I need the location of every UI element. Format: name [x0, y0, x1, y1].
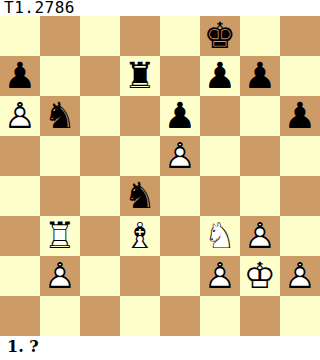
square-f8[interactable]: ♚: [200, 16, 240, 56]
square-f3[interactable]: ♞♘: [200, 216, 240, 256]
square-h8[interactable]: [280, 16, 320, 56]
square-a4[interactable]: [0, 176, 40, 216]
square-g3[interactable]: ♟♙: [240, 216, 280, 256]
square-d1[interactable]: [120, 296, 160, 336]
piece-black-pawn: ♟: [240, 56, 280, 96]
square-d7[interactable]: ♜: [120, 56, 160, 96]
piece-white-pawn: ♙: [240, 216, 280, 256]
piece-white-pawn: ♙: [200, 256, 240, 296]
square-c3[interactable]: [80, 216, 120, 256]
piece-white-pawn: ♙: [160, 136, 200, 176]
square-d6[interactable]: [120, 96, 160, 136]
piece-white-bishop: ♗: [120, 216, 160, 256]
chess-board: ♚♟♜♟♟♟♙♞♟♟♟♙♞♜♖♝♗♞♘♟♙♟♙♟♙♚♔♟♙: [0, 16, 320, 336]
square-e6[interactable]: ♟: [160, 96, 200, 136]
square-b2[interactable]: ♟♙: [40, 256, 80, 296]
piece-white-rook-fill: ♜: [40, 216, 80, 256]
square-g2[interactable]: ♚♔: [240, 256, 280, 296]
piece-black-knight: ♞: [120, 176, 160, 216]
piece-black-knight: ♞: [40, 96, 80, 136]
square-e5[interactable]: ♟♙: [160, 136, 200, 176]
piece-white-pawn-fill: ♟: [0, 96, 40, 136]
diagram-title: T1.2786: [4, 0, 75, 16]
square-a8[interactable]: [0, 16, 40, 56]
square-h1[interactable]: [280, 296, 320, 336]
piece-white-pawn-fill: ♟: [200, 256, 240, 296]
square-b3[interactable]: ♜♖: [40, 216, 80, 256]
piece-white-bishop-fill: ♝: [120, 216, 160, 256]
square-b6[interactable]: ♞: [40, 96, 80, 136]
square-b4[interactable]: [40, 176, 80, 216]
square-b8[interactable]: [40, 16, 80, 56]
piece-white-pawn-fill: ♟: [40, 256, 80, 296]
square-e8[interactable]: [160, 16, 200, 56]
piece-black-pawn: ♟: [0, 56, 40, 96]
chess-diagram: T1.2786 ♚♟♜♟♟♟♙♞♟♟♟♙♞♜♖♝♗♞♘♟♙♟♙♟♙♚♔♟♙ 1.…: [0, 0, 320, 360]
square-h5[interactable]: [280, 136, 320, 176]
square-f2[interactable]: ♟♙: [200, 256, 240, 296]
square-d5[interactable]: [120, 136, 160, 176]
square-f1[interactable]: [200, 296, 240, 336]
square-f4[interactable]: [200, 176, 240, 216]
piece-white-knight: ♘: [200, 216, 240, 256]
square-d8[interactable]: [120, 16, 160, 56]
square-g4[interactable]: [240, 176, 280, 216]
square-a1[interactable]: [0, 296, 40, 336]
piece-white-rook: ♖: [40, 216, 80, 256]
square-e2[interactable]: [160, 256, 200, 296]
square-b1[interactable]: [40, 296, 80, 336]
piece-black-rook: ♜: [120, 56, 160, 96]
square-c8[interactable]: [80, 16, 120, 56]
piece-white-pawn: ♙: [40, 256, 80, 296]
square-c2[interactable]: [80, 256, 120, 296]
piece-black-king: ♚: [200, 16, 240, 56]
piece-white-king: ♔: [240, 256, 280, 296]
square-h6[interactable]: ♟: [280, 96, 320, 136]
square-a5[interactable]: [0, 136, 40, 176]
square-c4[interactable]: [80, 176, 120, 216]
square-d3[interactable]: ♝♗: [120, 216, 160, 256]
piece-white-pawn: ♙: [280, 256, 320, 296]
square-a2[interactable]: [0, 256, 40, 296]
square-a6[interactable]: ♟♙: [0, 96, 40, 136]
piece-black-pawn: ♟: [160, 96, 200, 136]
square-a3[interactable]: [0, 216, 40, 256]
piece-white-knight-fill: ♞: [200, 216, 240, 256]
title-bar: T1.2786: [0, 0, 320, 16]
square-g1[interactable]: [240, 296, 280, 336]
square-g5[interactable]: [240, 136, 280, 176]
square-g7[interactable]: ♟: [240, 56, 280, 96]
piece-white-pawn-fill: ♟: [280, 256, 320, 296]
square-a7[interactable]: ♟: [0, 56, 40, 96]
footer-bar: 1. ?: [0, 336, 320, 360]
square-e7[interactable]: [160, 56, 200, 96]
square-c6[interactable]: [80, 96, 120, 136]
square-e4[interactable]: [160, 176, 200, 216]
square-c5[interactable]: [80, 136, 120, 176]
square-h7[interactable]: [280, 56, 320, 96]
square-g6[interactable]: [240, 96, 280, 136]
square-d4[interactable]: ♞: [120, 176, 160, 216]
square-d2[interactable]: [120, 256, 160, 296]
piece-black-pawn: ♟: [280, 96, 320, 136]
move-prompt: 1. ?: [7, 338, 39, 356]
square-e1[interactable]: [160, 296, 200, 336]
square-h2[interactable]: ♟♙: [280, 256, 320, 296]
square-h3[interactable]: [280, 216, 320, 256]
piece-white-king-fill: ♚: [240, 256, 280, 296]
piece-black-pawn: ♟: [200, 56, 240, 96]
piece-white-pawn-fill: ♟: [160, 136, 200, 176]
square-f5[interactable]: [200, 136, 240, 176]
square-e3[interactable]: [160, 216, 200, 256]
square-f7[interactable]: ♟: [200, 56, 240, 96]
square-f6[interactable]: [200, 96, 240, 136]
square-g8[interactable]: [240, 16, 280, 56]
square-c7[interactable]: [80, 56, 120, 96]
piece-white-pawn-fill: ♟: [240, 216, 280, 256]
square-b7[interactable]: [40, 56, 80, 96]
piece-white-pawn: ♙: [0, 96, 40, 136]
square-h4[interactable]: [280, 176, 320, 216]
square-b5[interactable]: [40, 136, 80, 176]
square-c1[interactable]: [80, 296, 120, 336]
